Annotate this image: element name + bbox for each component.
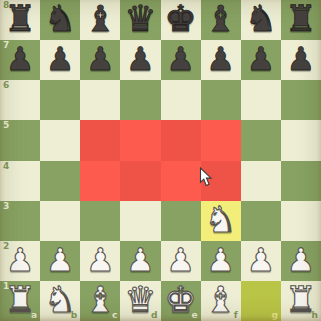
piece-white-bishop[interactable]: ♝ [84, 282, 116, 318]
square-f3[interactable]: ♞ [201, 201, 241, 241]
piece-white-rook[interactable]: ♜ [4, 282, 36, 318]
square-g3[interactable] [241, 201, 281, 241]
square-c8[interactable]: ♝ [80, 0, 120, 40]
square-e7[interactable]: ♟ [161, 40, 201, 80]
piece-black-rook[interactable]: ♜ [285, 1, 317, 37]
square-d8[interactable]: ♛ [120, 0, 160, 40]
square-f2[interactable]: ♟ [201, 241, 241, 281]
piece-black-knight[interactable]: ♞ [44, 1, 76, 37]
square-f1[interactable]: f♝ [201, 281, 241, 321]
square-a4[interactable]: 4 [0, 161, 40, 201]
square-a2[interactable]: 2♟ [0, 241, 40, 281]
piece-white-pawn[interactable]: ♟ [6, 244, 35, 276]
piece-black-pawn[interactable]: ♟ [206, 43, 235, 75]
piece-black-pawn[interactable]: ♟ [246, 43, 275, 75]
square-f6[interactable] [201, 80, 241, 120]
piece-white-pawn[interactable]: ♟ [46, 244, 75, 276]
piece-white-pawn[interactable]: ♟ [287, 244, 316, 276]
square-e3[interactable] [161, 201, 201, 241]
square-d5[interactable] [120, 120, 160, 160]
square-c2[interactable]: ♟ [80, 241, 120, 281]
piece-white-queen[interactable]: ♛ [124, 282, 156, 318]
piece-black-pawn[interactable]: ♟ [287, 43, 316, 75]
rank-label-5: 5 [3, 121, 9, 130]
piece-white-knight[interactable]: ♞ [205, 202, 237, 238]
square-e4[interactable] [161, 161, 201, 201]
square-a5[interactable]: 5 [0, 120, 40, 160]
piece-black-knight[interactable]: ♞ [245, 1, 277, 37]
square-e8[interactable]: ♚ [161, 0, 201, 40]
piece-black-rook[interactable]: ♜ [4, 1, 36, 37]
square-h2[interactable]: ♟ [281, 241, 321, 281]
square-g6[interactable] [241, 80, 281, 120]
square-h3[interactable] [281, 201, 321, 241]
square-b6[interactable] [40, 80, 80, 120]
square-d3[interactable] [120, 201, 160, 241]
square-a7[interactable]: 7♟ [0, 40, 40, 80]
square-d2[interactable]: ♟ [120, 241, 160, 281]
square-d1[interactable]: d♛ [120, 281, 160, 321]
square-g8[interactable]: ♞ [241, 0, 281, 40]
piece-white-king[interactable]: ♚ [164, 282, 196, 318]
square-a1[interactable]: 1a♜ [0, 281, 40, 321]
square-c4[interactable] [80, 161, 120, 201]
square-h4[interactable] [281, 161, 321, 201]
square-e6[interactable] [161, 80, 201, 120]
file-label-g: g [271, 311, 277, 320]
square-c6[interactable] [80, 80, 120, 120]
piece-black-pawn[interactable]: ♟ [86, 43, 115, 75]
square-d7[interactable]: ♟ [120, 40, 160, 80]
square-e1[interactable]: e♚ [161, 281, 201, 321]
square-a3[interactable]: 3 [0, 201, 40, 241]
square-a6[interactable]: 6 [0, 80, 40, 120]
square-d4[interactable] [120, 161, 160, 201]
square-a8[interactable]: 8♜ [0, 0, 40, 40]
square-c3[interactable] [80, 201, 120, 241]
square-b8[interactable]: ♞ [40, 0, 80, 40]
square-c1[interactable]: c♝ [80, 281, 120, 321]
square-g4[interactable] [241, 161, 281, 201]
square-b2[interactable]: ♟ [40, 241, 80, 281]
square-c7[interactable]: ♟ [80, 40, 120, 80]
square-f8[interactable]: ♝ [201, 0, 241, 40]
piece-black-pawn[interactable]: ♟ [166, 43, 195, 75]
piece-black-king[interactable]: ♚ [164, 1, 196, 37]
square-b5[interactable] [40, 120, 80, 160]
square-f4[interactable] [201, 161, 241, 201]
square-b4[interactable] [40, 161, 80, 201]
square-b7[interactable]: ♟ [40, 40, 80, 80]
piece-black-bishop[interactable]: ♝ [84, 1, 116, 37]
square-c5[interactable] [80, 120, 120, 160]
piece-black-pawn[interactable]: ♟ [6, 43, 35, 75]
piece-black-pawn[interactable]: ♟ [126, 43, 155, 75]
piece-black-bishop[interactable]: ♝ [205, 1, 237, 37]
square-b1[interactable]: b♞ [40, 281, 80, 321]
square-g5[interactable] [241, 120, 281, 160]
square-h6[interactable] [281, 80, 321, 120]
piece-white-bishop[interactable]: ♝ [205, 282, 237, 318]
rank-label-3: 3 [3, 202, 9, 211]
square-g1[interactable]: g [241, 281, 281, 321]
piece-white-pawn[interactable]: ♟ [206, 244, 235, 276]
piece-white-knight[interactable]: ♞ [44, 282, 76, 318]
piece-black-pawn[interactable]: ♟ [46, 43, 75, 75]
square-h5[interactable] [281, 120, 321, 160]
square-h8[interactable]: ♜ [281, 0, 321, 40]
piece-white-pawn[interactable]: ♟ [246, 244, 275, 276]
piece-white-pawn[interactable]: ♟ [86, 244, 115, 276]
rank-label-6: 6 [3, 81, 9, 90]
chess-board-screenshot: 8♜♞♝♛♚♝♞♜7♟♟♟♟♟♟♟♟6543♞2♟♟♟♟♟♟♟♟1a♜b♞c♝d… [0, 0, 321, 321]
square-f7[interactable]: ♟ [201, 40, 241, 80]
square-g7[interactable]: ♟ [241, 40, 281, 80]
piece-black-queen[interactable]: ♛ [124, 1, 156, 37]
chess-board: 8♜♞♝♛♚♝♞♜7♟♟♟♟♟♟♟♟6543♞2♟♟♟♟♟♟♟♟1a♜b♞c♝d… [0, 0, 321, 321]
rank-label-4: 4 [3, 162, 9, 171]
square-f5[interactable] [201, 120, 241, 160]
square-e2[interactable]: ♟ [161, 241, 201, 281]
piece-white-pawn[interactable]: ♟ [166, 244, 195, 276]
square-e5[interactable] [161, 120, 201, 160]
square-h7[interactable]: ♟ [281, 40, 321, 80]
square-g2[interactable]: ♟ [241, 241, 281, 281]
square-d6[interactable] [120, 80, 160, 120]
square-h1[interactable]: h♜ [281, 281, 321, 321]
piece-white-rook[interactable]: ♜ [285, 282, 317, 318]
piece-white-pawn[interactable]: ♟ [126, 244, 155, 276]
square-b3[interactable] [40, 201, 80, 241]
